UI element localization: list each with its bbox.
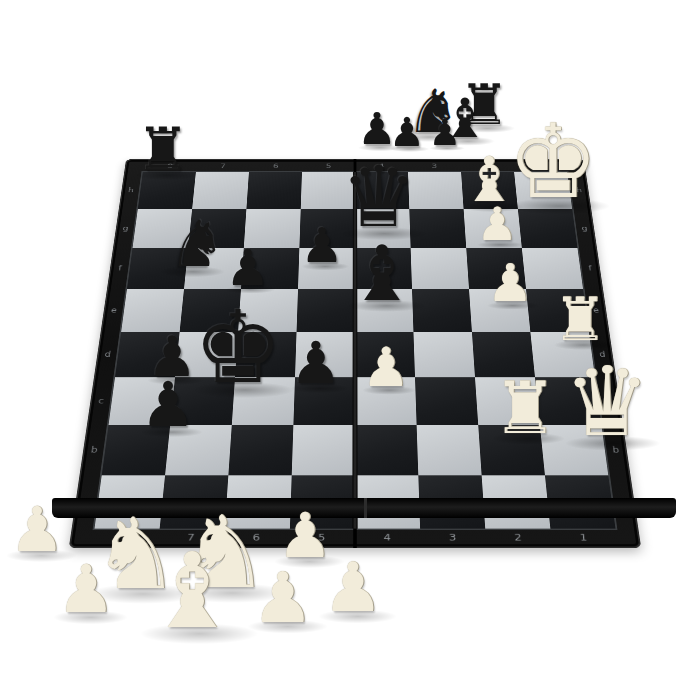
label-rank-near-4: 4: [355, 529, 421, 547]
piece-black-rook-h8[interactable]: ♜: [136, 121, 190, 178]
square-d3[interactable]: [413, 332, 475, 377]
piece-white-pawn-b4[interactable]: ♟: [362, 342, 410, 393]
board-front-hinge-seam: [364, 498, 367, 518]
offboard-white-pawn[interactable]: ♟: [252, 565, 315, 632]
square-h6[interactable]: [246, 172, 302, 209]
chess-set-photo: 87654321 87654321 hgfedcba hgfedcba ♟♟♞♟…: [0, 0, 700, 700]
piece-white-rook-c2[interactable]: ♜: [553, 291, 607, 348]
piece-black-knight-d7[interactable]: ♞: [168, 214, 225, 275]
piece-black-pawn-d6[interactable]: ♟: [226, 245, 271, 293]
label-rank-far-6: 6: [249, 161, 302, 172]
offboard-white-pawn[interactable]: ♟: [56, 559, 115, 622]
offboard-black-pawn[interactable]: ♟: [389, 113, 425, 151]
square-b4[interactable]: [355, 425, 418, 475]
piece-black-king-b6[interactable]: ♚: [193, 300, 283, 395]
square-h7[interactable]: [192, 172, 249, 209]
piece-black-queen-f4[interactable]: ♛: [341, 158, 416, 238]
label-rank-near-3: 3: [420, 529, 486, 547]
square-b5[interactable]: [292, 425, 355, 475]
piece-white-pawn-e2[interactable]: ♟: [476, 203, 517, 247]
square-f3[interactable]: [411, 248, 469, 289]
piece-white-king-g1[interactable]: ♚: [507, 114, 598, 211]
offboard-black-pawn[interactable]: ♟: [429, 116, 461, 150]
square-b6[interactable]: [228, 425, 293, 475]
offboard-white-bishop[interactable]: ♝: [145, 542, 238, 641]
square-e5[interactable]: [297, 289, 355, 332]
piece-black-pawn-b5[interactable]: ♟: [290, 336, 342, 391]
square-c3[interactable]: [415, 377, 478, 425]
piece-white-pawn-d2[interactable]: ♟: [487, 259, 534, 308]
label-rank-near-1: 1: [550, 529, 618, 547]
piece-black-pawn-e5[interactable]: ♟: [300, 223, 343, 269]
label-rank-far-7: 7: [196, 161, 250, 172]
piece-black-pawn-a7[interactable]: ♟: [140, 376, 196, 435]
piece-black-bishop-d4[interactable]: ♝: [348, 238, 416, 310]
square-b3[interactable]: [417, 425, 482, 475]
piece-white-queen-a1[interactable]: ♛: [564, 357, 650, 448]
piece-white-rook-a2[interactable]: ♜: [493, 374, 558, 442]
label-rank-near-2: 2: [485, 529, 552, 547]
offboard-white-pawn[interactable]: ♟: [323, 556, 384, 621]
